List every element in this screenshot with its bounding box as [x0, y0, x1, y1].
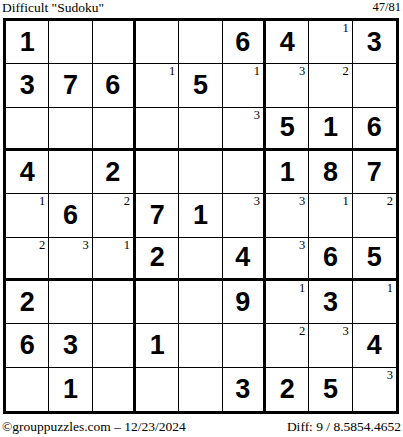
- pencil-mark: 3: [342, 325, 348, 338]
- cell-r4c4[interactable]: [136, 151, 179, 194]
- cell-r3c3[interactable]: [93, 108, 136, 151]
- cell-r2c1[interactable]: 3: [6, 64, 49, 107]
- cell-r2c9[interactable]: [353, 64, 396, 107]
- given-digit: 3: [235, 376, 250, 403]
- given-digit: 5: [367, 244, 382, 271]
- given-digit: 2: [150, 244, 165, 271]
- given-digit: 4: [280, 29, 295, 56]
- cell-r3c6[interactable]: 3: [223, 108, 266, 151]
- cell-r6c5[interactable]: [179, 238, 222, 281]
- cell-r5c9[interactable]: 2: [353, 194, 396, 237]
- cell-r7c4[interactable]: [136, 281, 179, 324]
- given-digit: 6: [235, 29, 250, 56]
- pencil-mark: 3: [387, 369, 393, 382]
- cell-r9c6[interactable]: 3: [223, 368, 266, 411]
- cell-r5c5[interactable]: 1: [179, 194, 222, 237]
- cell-r6c4[interactable]: 2: [136, 238, 179, 281]
- cell-r5c7[interactable]: 3: [266, 194, 309, 237]
- given-digit: 9: [235, 289, 250, 316]
- cell-r7c7[interactable]: 1: [266, 281, 309, 324]
- cell-r1c6[interactable]: 6: [223, 21, 266, 64]
- given-digit: 1: [150, 332, 165, 359]
- cell-r1c2[interactable]: [49, 21, 92, 64]
- pencil-mark: 3: [299, 239, 305, 252]
- cell-r4c3[interactable]: 2: [93, 151, 136, 194]
- cell-r9c1[interactable]: [6, 368, 49, 411]
- cell-r8c6[interactable]: [223, 324, 266, 367]
- given-digit: 6: [20, 332, 35, 359]
- cell-r7c6[interactable]: 9: [223, 281, 266, 324]
- cell-r7c8[interactable]: 3: [309, 281, 352, 324]
- cell-r6c9[interactable]: 5: [353, 238, 396, 281]
- cell-r5c8[interactable]: 1: [309, 194, 352, 237]
- cell-r4c7[interactable]: 1: [266, 151, 309, 194]
- pencil-mark: 1: [169, 65, 175, 78]
- given-digit: 4: [367, 332, 382, 359]
- cell-r8c2[interactable]: 3: [49, 324, 92, 367]
- cell-r8c3[interactable]: [93, 324, 136, 367]
- given-digit: 5: [280, 114, 295, 141]
- pencil-mark: 1: [39, 195, 45, 208]
- cell-r1c7[interactable]: 4: [266, 21, 309, 64]
- cell-r2c2[interactable]: 7: [49, 64, 92, 107]
- cell-r3c5[interactable]: [179, 108, 222, 151]
- given-digit: 6: [63, 202, 78, 229]
- cell-r6c3[interactable]: 1: [93, 238, 136, 281]
- difficulty-label: Diff: 9 / 8.5854.4652: [287, 419, 401, 435]
- cell-r8c1[interactable]: 6: [6, 324, 49, 367]
- pencil-mark: 2: [387, 195, 393, 208]
- cell-r2c8[interactable]: 2: [309, 64, 352, 107]
- cell-r5c1[interactable]: 1: [6, 194, 49, 237]
- cell-r9c7[interactable]: 2: [266, 368, 309, 411]
- cell-r9c9[interactable]: 3: [353, 368, 396, 411]
- cell-r1c3[interactable]: [93, 21, 136, 64]
- cell-r6c7[interactable]: 3: [266, 238, 309, 281]
- cell-r6c2[interactable]: 3: [49, 238, 92, 281]
- cell-r1c8[interactable]: 1: [309, 21, 352, 64]
- pencil-mark: 2: [39, 239, 45, 252]
- cell-r4c8[interactable]: 8: [309, 151, 352, 194]
- given-digit: 2: [105, 159, 120, 186]
- cell-r4c1[interactable]: 4: [6, 151, 49, 194]
- cell-r2c7[interactable]: 3: [266, 64, 309, 107]
- copyright-date: ©grouppuzzles.com – 12/23/2024: [2, 419, 186, 435]
- pencil-mark: 2: [124, 195, 130, 208]
- cell-r1c9[interactable]: 3: [353, 21, 396, 64]
- cell-r6c6[interactable]: 4: [223, 238, 266, 281]
- pencil-mark: 1: [387, 282, 393, 295]
- cell-r7c3[interactable]: [93, 281, 136, 324]
- cell-r1c4[interactable]: [136, 21, 179, 64]
- given-digit: 4: [235, 244, 250, 271]
- given-digit: 5: [193, 72, 208, 99]
- pencil-mark: 1: [299, 282, 305, 295]
- pencil-mark: 3: [299, 65, 305, 78]
- cell-r3c1[interactable]: [6, 108, 49, 151]
- given-digit: 3: [20, 72, 35, 99]
- given-digit: 7: [367, 159, 382, 186]
- cell-r8c9[interactable]: 4: [353, 324, 396, 367]
- pencil-mark: 3: [254, 195, 260, 208]
- cell-r7c2[interactable]: [49, 281, 92, 324]
- cell-r7c1[interactable]: 2: [6, 281, 49, 324]
- cell-r9c8[interactable]: 5: [309, 368, 352, 411]
- pencil-mark: 1: [342, 22, 348, 35]
- pencil-mark: 1: [124, 239, 130, 252]
- given-digit: 3: [323, 289, 338, 316]
- cell-r2c4[interactable]: 1: [136, 64, 179, 107]
- cell-r9c3[interactable]: [93, 368, 136, 411]
- given-digit: 5: [323, 376, 338, 403]
- given-digit: 7: [63, 72, 78, 99]
- cell-r8c5[interactable]: [179, 324, 222, 367]
- pencil-mark: 2: [299, 325, 305, 338]
- given-digit: 6: [323, 244, 338, 271]
- page-header: Difficult "Sudoku" 47/81: [2, 0, 401, 16]
- cell-r3c7[interactable]: 5: [266, 108, 309, 151]
- pencil-mark: 3: [299, 195, 305, 208]
- given-digit: 2: [280, 376, 295, 403]
- given-digit: 3: [63, 332, 78, 359]
- cell-r8c7[interactable]: 2: [266, 324, 309, 367]
- cell-r4c9[interactable]: 7: [353, 151, 396, 194]
- pencil-mark: 1: [342, 195, 348, 208]
- cell-r1c5[interactable]: [179, 21, 222, 64]
- cell-r3c8[interactable]: 1: [309, 108, 352, 151]
- given-digit: 6: [367, 114, 382, 141]
- page-footer: ©grouppuzzles.com – 12/23/2024 Diff: 9 /…: [2, 419, 401, 435]
- cell-r9c5[interactable]: [179, 368, 222, 411]
- cell-r7c5[interactable]: [179, 281, 222, 324]
- cell-r8c8[interactable]: 3: [309, 324, 352, 367]
- cell-r8c4[interactable]: 1: [136, 324, 179, 367]
- pencil-mark: 3: [82, 239, 88, 252]
- cell-r3c2[interactable]: [49, 108, 92, 151]
- cell-r9c4[interactable]: [136, 368, 179, 411]
- cell-r2c6[interactable]: 1: [223, 64, 266, 107]
- cell-r1c1[interactable]: 1: [6, 21, 49, 64]
- pencil-mark: 3: [254, 109, 260, 122]
- cell-r6c8[interactable]: 6: [309, 238, 352, 281]
- cell-r3c9[interactable]: 6: [353, 108, 396, 151]
- given-digit: 1: [193, 202, 208, 229]
- given-digit: 4: [20, 159, 35, 186]
- cell-r3c4[interactable]: [136, 108, 179, 151]
- given-digit: 6: [105, 72, 120, 99]
- cell-r7c9[interactable]: 1: [353, 281, 396, 324]
- given-digit: 7: [150, 202, 165, 229]
- given-digit: 1: [63, 376, 78, 403]
- cell-r5c6[interactable]: 3: [223, 194, 266, 237]
- given-digit: 2: [20, 289, 35, 316]
- given-digit: 1: [280, 159, 295, 186]
- cell-r4c6[interactable]: [223, 151, 266, 194]
- page-title: Difficult "Sudoku": [2, 0, 104, 16]
- cell-r5c3[interactable]: 2: [93, 194, 136, 237]
- cell-r2c5[interactable]: 5: [179, 64, 222, 107]
- cell-r5c2[interactable]: 6: [49, 194, 92, 237]
- empty-cells-counter: 47/81: [373, 0, 401, 15]
- given-digit: 1: [20, 29, 35, 56]
- cell-r5c4[interactable]: 7: [136, 194, 179, 237]
- cell-r6c1[interactable]: 2: [6, 238, 49, 281]
- sudoku-board: 1641337615132351642187162713312231243652…: [3, 18, 399, 414]
- given-digit: 1: [323, 114, 338, 141]
- cell-r9c2[interactable]: 1: [49, 368, 92, 411]
- pencil-mark: 1: [254, 65, 260, 78]
- cell-r4c2[interactable]: [49, 151, 92, 194]
- pencil-mark: 2: [342, 65, 348, 78]
- given-digit: 3: [367, 29, 382, 56]
- cell-r2c3[interactable]: 6: [93, 64, 136, 107]
- given-digit: 8: [323, 159, 338, 186]
- cell-r4c5[interactable]: [179, 151, 222, 194]
